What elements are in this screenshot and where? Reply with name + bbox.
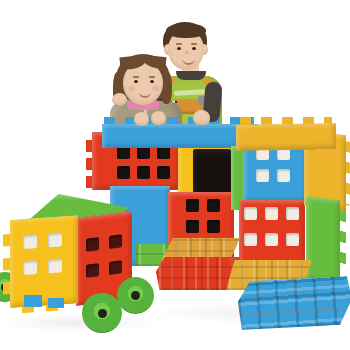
cart-yellow-opening — [23, 260, 37, 275]
girl-eye-right — [150, 80, 154, 83]
cart-yellow-opening — [48, 232, 62, 247]
boy-hair-fringe — [166, 23, 206, 38]
fort-red-upper-opening — [117, 166, 130, 179]
cart-wheel-right — [117, 277, 154, 314]
fort-red-lower-opening — [186, 199, 199, 212]
cart-yellow-front-panel — [10, 215, 78, 308]
tower-yellow-roof-panel — [236, 123, 336, 151]
cart-red-opening — [109, 260, 122, 275]
cart-red-opening — [109, 234, 122, 249]
girl-brow-right — [149, 76, 155, 78]
boy-collar — [176, 71, 206, 80]
tower-blue-opening — [277, 169, 290, 182]
cart-yellow-opening — [48, 258, 62, 273]
boy-eye-left — [177, 47, 181, 50]
boy-hand-on-roof — [193, 110, 210, 125]
cart-wheel-front — [82, 293, 122, 333]
girl-hand-right — [151, 111, 166, 125]
cart-wheel-hub — [98, 309, 107, 318]
cart-yellow-bottom-tooth — [22, 306, 34, 313]
fort-red-upper-opening — [157, 166, 170, 179]
girl-blush-right — [152, 86, 159, 91]
girl-hand-left — [134, 112, 149, 126]
floor-shadow-left — [0, 314, 160, 332]
cart-yellow-left-tooth — [3, 234, 10, 246]
fort-red-upper-opening — [137, 166, 150, 179]
girl-hair-strand-right — [161, 72, 172, 104]
fort-red-lower-opening — [186, 220, 199, 233]
girl-brow-left — [133, 76, 139, 78]
girl-eye-left — [134, 80, 138, 83]
tower-red-opening — [244, 233, 257, 246]
cart-wheel-hub — [131, 291, 140, 300]
boy-eye-right — [192, 47, 196, 50]
girl-blush-left — [128, 86, 135, 91]
tower-red-opening — [244, 207, 257, 220]
fort-red-lower-opening — [207, 199, 220, 212]
boy-brow-left — [176, 43, 182, 45]
tower-red-opening — [286, 207, 299, 220]
cart-red-opening — [86, 263, 99, 278]
cart-blue-base-strip — [48, 298, 64, 308]
fort-red-lower-opening — [207, 220, 220, 233]
photo-scene — [0, 0, 350, 350]
tower-yellow-side-teeth — [346, 141, 350, 206]
cart-yellow-opening — [23, 234, 37, 249]
boy-brow-right — [191, 43, 197, 45]
tower-red-panel — [239, 200, 305, 268]
cart-yellow-left-tooth — [3, 282, 10, 294]
tower-blue-opening — [256, 169, 269, 182]
boy-hand-on-girl-shoulder — [112, 93, 127, 106]
tower-red-opening — [265, 207, 278, 220]
cart-yellow-left-tooth — [3, 258, 10, 270]
boy-nose — [185, 51, 189, 54]
tower-green-side-panel — [306, 196, 340, 284]
cart-blue-base-strip — [24, 295, 42, 307]
tower-green-side-teeth — [340, 210, 346, 273]
cart-red-opening — [86, 237, 99, 252]
fort-window-opening — [193, 149, 231, 193]
tower-red-opening — [286, 233, 299, 246]
fort-blue-roof-panel — [102, 124, 258, 148]
blue-floor-mat — [236, 274, 350, 332]
tower-red-opening — [265, 233, 278, 246]
